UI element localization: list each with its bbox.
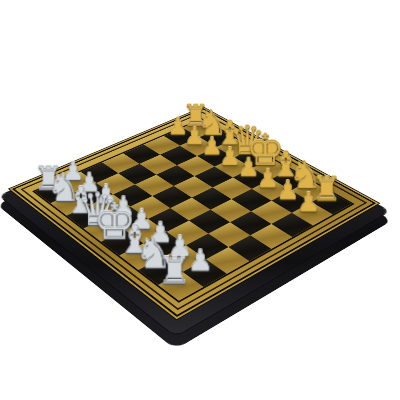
chess-set-photo: ♜♞♝♛♚♝♞♜♟♟♟♟♟♟♟♟♟♟♟♟♟♟♟♟♜♞♝♛♚♝♞♜: [0, 0, 400, 400]
scene: ♜♞♝♛♚♝♞♜♟♟♟♟♟♟♟♟♟♟♟♟♟♟♟♟♜♞♝♛♚♝♞♜: [0, 0, 400, 400]
black-rook: ♜: [295, 172, 360, 205]
black-rook: ♜: [167, 101, 224, 131]
board-face: ♜♞♝♛♚♝♞♜♟♟♟♟♟♟♟♟♟♟♟♟♟♟♟♟♜♞♝♛♚♝♞♜: [12, 108, 376, 317]
square-a4: [102, 153, 139, 173]
chess-board: ♜♞♝♛♚♝♞♜♟♟♟♟♟♟♟♟♟♟♟♟♟♟♟♟♜♞♝♛♚♝♞♜: [12, 108, 376, 317]
square-f7: ♟: [252, 179, 291, 201]
